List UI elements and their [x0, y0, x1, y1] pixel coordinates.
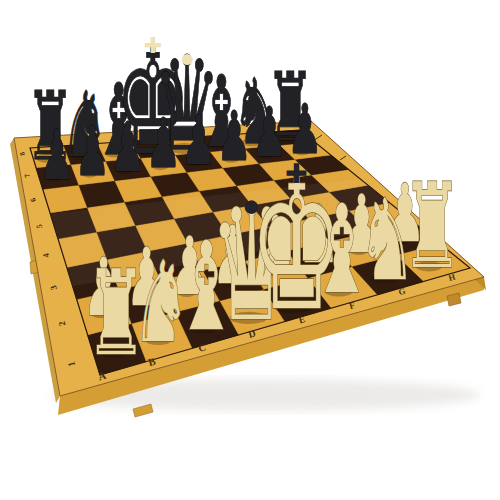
- piece-white-rook-h1: ♜: [401, 158, 462, 295]
- piece-glyph: ♟: [39, 115, 75, 195]
- queen-ball-finial: [182, 54, 193, 65]
- piece-black-pawn-b7: ♟: [75, 111, 111, 191]
- piece-glyph: ♟: [145, 104, 181, 184]
- king-cross-finial: ✚: [285, 158, 308, 189]
- piece-glyph: ♟: [75, 111, 111, 191]
- piece-black-pawn-c7: ♟: [110, 108, 146, 188]
- piece-black-pawn-f7: ♟: [216, 96, 252, 176]
- piece-black-pawn-d7: ♟: [145, 104, 181, 184]
- piece-black-pawn-a7: ♟: [39, 115, 75, 195]
- piece-glyph: ♟: [216, 96, 252, 176]
- chess-set-product-photo: ABCDEFGH12345678СП♜♞♝♚✚♛♝♞♜♟♟♟♟♟♟♟♟♟♟♟♟♟…: [0, 0, 500, 500]
- chess-board: ABCDEFGH12345678СП♜♞♝♚✚♛♝♞♜♟♟♟♟♟♟♟♟♟♟♟♟♟…: [0, 0, 500, 500]
- piece-glyph: ♜: [401, 158, 462, 295]
- piece-glyph: ♟: [110, 108, 146, 188]
